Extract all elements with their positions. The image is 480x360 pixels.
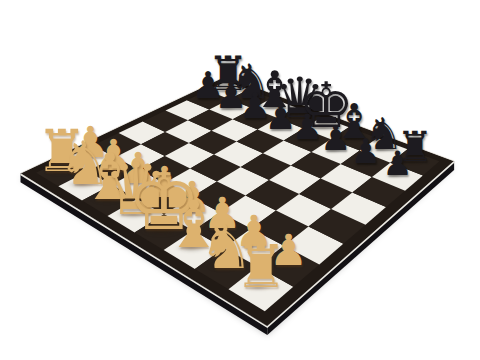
piece-white-rook-h1: ♜ bbox=[234, 237, 287, 296]
piece-black-pawn-e7: ♟ bbox=[292, 110, 323, 145]
piece-black-pawn-h7: ♟ bbox=[382, 147, 412, 181]
piece-black-pawn-g7: ♟ bbox=[350, 134, 381, 168]
chess-set-product-photo: ♜♞♝♛♚♝♞♜♟♟♟♟♟♟♟♟♟♟♟♟♟♟♟♟♜♞♝♛♚♝♞♜ bbox=[0, 0, 480, 360]
piece-black-pawn-f7: ♟ bbox=[320, 122, 351, 157]
pieces-layer: ♜♞♝♛♚♝♞♜♟♟♟♟♟♟♟♟♟♟♟♟♟♟♟♟♜♞♝♛♚♝♞♜ bbox=[0, 0, 480, 360]
